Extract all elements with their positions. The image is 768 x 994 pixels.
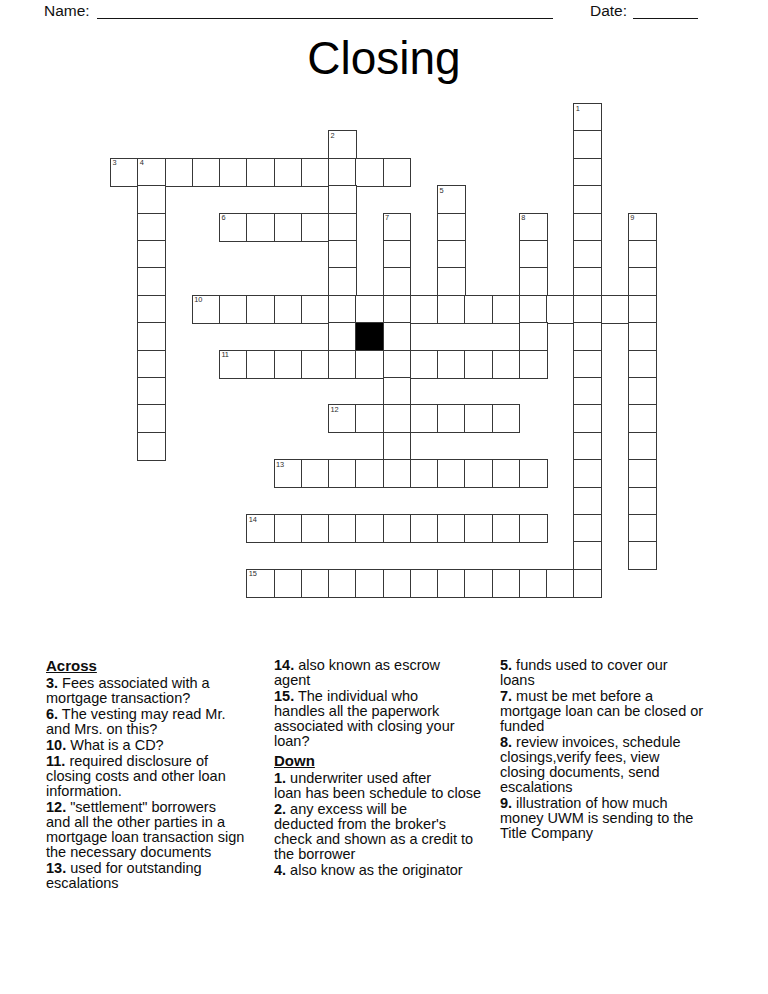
grid-cell[interactable] <box>628 514 657 543</box>
date-label: Date: <box>590 2 627 20</box>
clue-number: 11 <box>222 351 229 358</box>
grid-cell[interactable] <box>628 487 657 516</box>
grid-cell[interactable] <box>628 404 657 433</box>
grid-cell[interactable] <box>573 267 602 296</box>
clue-number: 2 <box>331 132 335 139</box>
clue: 6. The vesting may read Mr. and Mrs. on … <box>46 707 268 737</box>
grid-cell[interactable] <box>492 350 521 379</box>
clue: 4. also know as the originator <box>274 863 496 878</box>
grid-cell[interactable] <box>464 514 493 543</box>
grid-cell[interactable] <box>628 295 657 324</box>
grid-cell[interactable] <box>437 213 466 242</box>
grid-cell[interactable] <box>383 295 412 324</box>
crossword-grid: 123456789101112131415 <box>110 103 658 599</box>
grid-cell[interactable] <box>573 322 602 351</box>
grid-cell[interactable] <box>437 240 466 269</box>
grid-cell[interactable] <box>355 514 384 543</box>
grid-cell[interactable] <box>355 295 384 324</box>
grid-cell[interactable]: 7 <box>383 213 412 242</box>
grid-cell[interactable] <box>464 459 493 488</box>
grid-cell[interactable] <box>274 350 303 379</box>
grid-cell[interactable] <box>519 295 548 324</box>
grid-cell[interactable] <box>274 295 303 324</box>
grid-cell[interactable] <box>246 213 275 242</box>
grid-cell[interactable] <box>437 295 466 324</box>
grid-cell[interactable] <box>328 295 357 324</box>
grid-cell[interactable] <box>573 130 602 159</box>
grid-cell[interactable] <box>437 267 466 296</box>
grid-cell[interactable] <box>328 158 357 187</box>
grid-cell[interactable] <box>628 377 657 406</box>
clue-number-label: 15. <box>274 688 294 704</box>
grid-cell[interactable] <box>137 377 166 406</box>
clues-column-across: Across3. Fees associated with a mortgage… <box>46 658 268 892</box>
date-line[interactable] <box>633 18 698 20</box>
grid-cell[interactable] <box>601 295 630 324</box>
grid-cell[interactable]: 13 <box>274 459 303 488</box>
clue-number: 3 <box>113 159 117 166</box>
clue-number: 6 <box>222 214 226 221</box>
grid-cell[interactable] <box>628 541 657 570</box>
grid-cell[interactable] <box>437 569 466 598</box>
grid-cell[interactable] <box>137 185 166 214</box>
grid-cell[interactable] <box>492 569 521 598</box>
grid-cell[interactable] <box>137 267 166 296</box>
grid-cell[interactable]: 6 <box>219 213 248 242</box>
grid-cell[interactable] <box>573 213 602 242</box>
grid-cell[interactable] <box>464 404 493 433</box>
grid-cell[interactable] <box>328 322 357 351</box>
grid-cell[interactable] <box>573 514 602 543</box>
grid-cell[interactable]: 8 <box>519 213 548 242</box>
clue: 15. The individual who handles all the p… <box>274 689 496 749</box>
clue: 2. any excess will be deducted from the … <box>274 802 496 862</box>
grid-cell[interactable] <box>573 295 602 324</box>
grid-cell[interactable] <box>137 295 166 324</box>
grid-cell[interactable] <box>383 377 412 406</box>
clue-number-label: 4. <box>274 862 286 878</box>
grid-cell[interactable] <box>573 569 602 598</box>
grid-cell[interactable] <box>573 185 602 214</box>
clue-number: 7 <box>385 214 389 221</box>
clues-column-middle: 14. also known as escrow agent15. The in… <box>274 658 496 879</box>
grid-cell[interactable] <box>137 322 166 351</box>
clue-number-label: 9. <box>500 795 512 811</box>
grid-cell[interactable]: 14 <box>246 514 275 543</box>
clue-number-label: 6. <box>46 706 58 722</box>
grid-cell[interactable] <box>573 158 602 187</box>
clue-number: 8 <box>521 214 525 221</box>
grid-cell[interactable] <box>519 350 548 379</box>
grid-cell[interactable] <box>628 459 657 488</box>
grid-cell[interactable] <box>137 350 166 379</box>
grid-cell[interactable] <box>410 459 439 488</box>
clue-number-label: 5. <box>500 657 512 673</box>
grid-cell[interactable] <box>519 514 548 543</box>
grid-cell[interactable] <box>464 295 493 324</box>
grid-cell[interactable]: 10 <box>192 295 221 324</box>
clue-number-label: 1. <box>274 770 286 786</box>
clue-number: 10 <box>194 296 202 303</box>
grid-cell[interactable] <box>573 350 602 379</box>
grid-cell[interactable] <box>383 322 412 351</box>
grid-cell[interactable] <box>573 432 602 461</box>
clue-number-label: 12. <box>46 799 66 815</box>
grid-cell[interactable] <box>410 404 439 433</box>
grid-cell[interactable] <box>464 569 493 598</box>
grid-cell[interactable] <box>464 350 493 379</box>
grid-cell[interactable] <box>492 295 521 324</box>
clue: 11. required disclosure of closing costs… <box>46 754 268 799</box>
grid-cell[interactable] <box>246 350 275 379</box>
grid-cell[interactable] <box>383 432 412 461</box>
clue-number: 1 <box>576 105 580 112</box>
grid-cell[interactable] <box>355 459 384 488</box>
grid-cell[interactable] <box>355 404 384 433</box>
clue: 10. What is a CD? <box>46 738 268 753</box>
grid-cell[interactable]: 12 <box>328 404 357 433</box>
grid-cell[interactable] <box>383 267 412 296</box>
grid-cell[interactable] <box>628 240 657 269</box>
grid-cell[interactable] <box>573 487 602 516</box>
grid-cell[interactable] <box>519 459 548 488</box>
clue: 9. illustration of how much money UWM is… <box>500 796 722 841</box>
clue-number-label: 8. <box>500 734 512 750</box>
grid-cell[interactable]: 4 <box>137 158 166 187</box>
grid-cell[interactable] <box>410 569 439 598</box>
clue-number: 4 <box>140 159 144 166</box>
clue-number: 5 <box>440 187 444 194</box>
clue-number-label: 11. <box>46 753 65 769</box>
grid-cell[interactable] <box>137 213 166 242</box>
grid-cell[interactable] <box>355 158 384 187</box>
grid-cell[interactable] <box>301 213 330 242</box>
grid-cell[interactable] <box>437 350 466 379</box>
grid-cell[interactable] <box>573 240 602 269</box>
grid-cell[interactable] <box>274 158 303 187</box>
grid-cell[interactable]: 11 <box>219 350 248 379</box>
grid-cell[interactable] <box>573 404 602 433</box>
grid-cell[interactable] <box>192 158 221 187</box>
grid-cell[interactable] <box>328 185 357 214</box>
grid-cell[interactable] <box>383 459 412 488</box>
grid-cell[interactable]: 3 <box>110 158 139 187</box>
grid-cell[interactable] <box>492 404 521 433</box>
grid-cell[interactable] <box>219 158 248 187</box>
grid-cell[interactable] <box>492 459 521 488</box>
grid-cell[interactable] <box>628 350 657 379</box>
grid-cell[interactable] <box>301 350 330 379</box>
grid-cell[interactable] <box>410 514 439 543</box>
name-label: Name: <box>44 2 90 20</box>
name-line[interactable] <box>97 18 553 20</box>
grid-cell[interactable] <box>328 569 357 598</box>
grid-cell[interactable] <box>301 514 330 543</box>
clue-number-label: 14. <box>274 657 294 673</box>
clue-number-label: 13. <box>46 860 66 876</box>
grid-cell[interactable] <box>437 404 466 433</box>
grid-cell[interactable] <box>437 459 466 488</box>
grid-cell[interactable] <box>165 158 194 187</box>
clue-number: 14 <box>249 516 257 523</box>
clues-heading-down: Down <box>274 753 496 768</box>
grid-cell[interactable] <box>328 240 357 269</box>
grid-cell[interactable]: 5 <box>437 185 466 214</box>
grid-cell[interactable] <box>219 295 248 324</box>
grid-cell[interactable] <box>628 432 657 461</box>
clue-number: 12 <box>331 406 339 413</box>
clues-column-right: 5. funds used to cover our loans7. must … <box>500 658 722 842</box>
grid-cell[interactable] <box>628 322 657 351</box>
grid-cell[interactable] <box>301 569 330 598</box>
clue: 14. also known as escrow agent <box>274 658 496 688</box>
grid-cell[interactable] <box>274 213 303 242</box>
clue: 1. underwriter used after loan has been … <box>274 771 496 801</box>
grid-cell[interactable]: 2 <box>328 130 357 159</box>
grid-cell[interactable] <box>519 322 548 351</box>
grid-cell[interactable] <box>546 569 575 598</box>
clue-number-label: 7. <box>500 688 512 704</box>
grid-cell[interactable] <box>328 350 357 379</box>
black-cell <box>355 322 384 351</box>
grid-cell[interactable] <box>137 240 166 269</box>
clue: 12. "settlement" borrowers and all the o… <box>46 800 268 860</box>
grid-cell[interactable] <box>519 240 548 269</box>
grid-cell[interactable]: 9 <box>628 213 657 242</box>
grid-cell[interactable] <box>437 514 466 543</box>
grid-cell[interactable] <box>383 514 412 543</box>
grid-cell[interactable] <box>573 541 602 570</box>
grid-cell[interactable] <box>301 158 330 187</box>
grid-cell[interactable] <box>137 432 166 461</box>
grid-cell[interactable] <box>328 267 357 296</box>
grid-cell[interactable] <box>355 569 384 598</box>
clue: 13. used for outstanding escalations <box>46 861 268 891</box>
grid-cell[interactable] <box>328 213 357 242</box>
grid-cell[interactable] <box>383 404 412 433</box>
grid-cell[interactable] <box>328 459 357 488</box>
grid-cell[interactable] <box>410 350 439 379</box>
grid-cell[interactable] <box>328 514 357 543</box>
grid-cell[interactable] <box>519 267 548 296</box>
grid-cell[interactable]: 15 <box>246 569 275 598</box>
clue: 8. review invoices, schedule closings,ve… <box>500 735 722 795</box>
grid-cell[interactable] <box>301 459 330 488</box>
clue: 5. funds used to cover our loans <box>500 658 722 688</box>
grid-cell[interactable]: 1 <box>573 103 602 132</box>
grid-cell[interactable] <box>383 158 412 187</box>
grid-cell[interactable] <box>519 569 548 598</box>
clue-number-label: 10. <box>46 737 66 753</box>
grid-cell[interactable] <box>355 350 384 379</box>
grid-cell[interactable] <box>301 295 330 324</box>
grid-cell[interactable] <box>573 459 602 488</box>
clue-number: 9 <box>630 214 634 221</box>
grid-cell[interactable] <box>246 295 275 324</box>
grid-cell[interactable] <box>546 295 575 324</box>
grid-cell[interactable] <box>246 158 275 187</box>
clue-number-label: 2. <box>274 801 286 817</box>
clue: 7. must be met before a mortgage loan ca… <box>500 689 722 734</box>
puzzle-title: Closing <box>0 31 768 85</box>
clue: 3. Fees associated with a mortgage trans… <box>46 676 268 706</box>
grid-cell[interactable] <box>410 295 439 324</box>
grid-cell[interactable] <box>274 514 303 543</box>
clue-number: 13 <box>276 461 284 468</box>
grid-cell[interactable] <box>274 569 303 598</box>
grid-cell[interactable] <box>573 377 602 406</box>
clue-number-label: 3. <box>46 675 58 691</box>
grid-cell[interactable] <box>492 514 521 543</box>
grid-cell[interactable] <box>383 240 412 269</box>
grid-cell[interactable] <box>383 569 412 598</box>
grid-cell[interactable] <box>137 404 166 433</box>
grid-cell[interactable] <box>383 350 412 379</box>
clue-number: 15 <box>249 570 257 577</box>
grid-cell[interactable] <box>628 267 657 296</box>
clues-heading-across: Across <box>46 658 268 673</box>
